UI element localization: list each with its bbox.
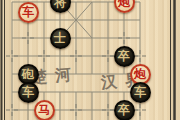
piece-glyph: 车 [134,86,146,98]
piece-glyph: 马 [38,104,50,116]
piece-glyph: 炮 [134,68,146,80]
piece-layer: 将炮车士卒砲炮车车马卒 [4,0,148,119]
piece-glyph: 炮 [118,0,130,8]
piece-black-车[interactable]: 车 [18,82,39,103]
piece-red-炮[interactable]: 炮 [114,0,135,13]
xiangqi-board[interactable]: 楚河 汉界 将炮车士卒砲炮车车马卒 [0,0,180,120]
piece-black-卒[interactable]: 卒 [114,46,135,67]
piece-glyph: 车 [22,6,34,18]
piece-black-士[interactable]: 士 [50,28,71,49]
piece-red-马[interactable]: 马 [34,100,55,121]
piece-black-卒[interactable]: 卒 [114,100,135,121]
piece-black-车[interactable]: 车 [130,82,151,103]
piece-black-将[interactable]: 将 [50,0,71,13]
piece-glyph: 卒 [118,50,130,62]
piece-glyph: 卒 [118,104,130,116]
piece-glyph: 车 [22,86,34,98]
piece-glyph: 士 [54,32,66,44]
piece-red-车[interactable]: 车 [18,2,39,23]
piece-glyph: 砲 [22,68,34,80]
piece-glyph: 将 [54,0,66,8]
